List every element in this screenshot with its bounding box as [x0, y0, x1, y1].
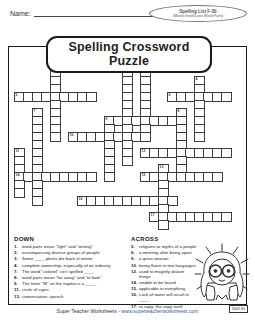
crossword-cell[interactable] — [213, 93, 222, 101]
crossword-cell[interactable] — [87, 93, 96, 101]
crossword-cell[interactable] — [15, 157, 24, 165]
crossword-blocked-space — [159, 85, 168, 93]
crossword-cell[interactable] — [78, 173, 87, 181]
crossword-cell[interactable] — [168, 149, 177, 157]
crossword-cell[interactable] — [33, 133, 42, 141]
crossword-cell[interactable] — [105, 197, 114, 205]
crossword-blocked-space — [231, 205, 240, 213]
crossword-blocked-space — [213, 61, 222, 69]
crossword-cell[interactable]: 6 — [168, 93, 177, 101]
crossword-blocked-space — [213, 181, 222, 189]
crossword-cell[interactable] — [141, 117, 150, 125]
crossword-blocked-space — [51, 141, 60, 149]
crossword-blocked-space — [87, 77, 96, 85]
crossword-cell[interactable] — [195, 109, 204, 117]
crossword-blocked-space — [69, 85, 78, 93]
crossword-cell[interactable]: 16 — [78, 197, 87, 205]
down-clues-section: DOWN 1.word parts mean "light" and "writ… — [14, 236, 127, 300]
crossword-blocked-space — [114, 205, 123, 213]
clue-item-text: Lack of water will result in ____. — [139, 292, 197, 302]
clue-item-number: 8. — [14, 275, 22, 280]
crossword-cell[interactable]: 7 — [33, 109, 42, 117]
crossword-blocked-space — [105, 189, 114, 197]
crossword-cell[interactable] — [141, 125, 150, 133]
crossword-cell[interactable]: 5 — [15, 93, 24, 101]
crossword-cell[interactable] — [87, 133, 96, 141]
crossword-cell[interactable] — [123, 141, 132, 149]
crossword-cell[interactable]: 8 — [177, 109, 186, 117]
crossword-cell[interactable] — [150, 197, 159, 205]
crossword-blocked-space — [204, 157, 213, 165]
crossword-cell[interactable] — [114, 197, 123, 205]
crossword-blocked-space — [168, 125, 177, 133]
crossword-cell[interactable] — [87, 173, 96, 181]
crossword-cell[interactable] — [42, 173, 51, 181]
crossword-blocked-space — [150, 141, 159, 149]
crossword-blocked-space — [222, 205, 231, 213]
crossword-cell[interactable] — [141, 101, 150, 109]
crossword-cell[interactable] — [195, 149, 204, 157]
clue-item-text: being fluent in two languages — [139, 263, 197, 268]
crossword-cell[interactable] — [195, 213, 204, 221]
crossword-blocked-space — [60, 157, 69, 165]
crossword-blocked-space — [24, 101, 33, 109]
crossword-cell[interactable] — [123, 101, 132, 109]
crossword-blocked-space — [231, 181, 240, 189]
crossword-blocked-space — [150, 181, 159, 189]
crossword-blocked-space — [96, 93, 105, 101]
crossword-blocked-space — [105, 77, 114, 85]
crossword-cell[interactable] — [141, 133, 150, 141]
crossword-cell[interactable] — [159, 181, 168, 189]
crossword-blocked-space — [69, 189, 78, 197]
crossword-cell[interactable] — [159, 197, 168, 205]
crossword-blocked-space — [51, 221, 60, 229]
crossword-blocked-space — [78, 181, 87, 189]
crossword-cell[interactable] — [33, 165, 42, 173]
crossword-cell[interactable] — [195, 125, 204, 133]
crossword-cell[interactable] — [51, 93, 60, 101]
crossword-cell[interactable] — [105, 141, 114, 149]
crossword-blocked-space — [60, 221, 69, 229]
crossword-cell[interactable] — [177, 213, 186, 221]
crossword-cell[interactable] — [159, 149, 168, 157]
crossword-cell[interactable] — [105, 157, 114, 165]
crossword-cell[interactable] — [15, 181, 24, 189]
crossword-blocked-space — [231, 157, 240, 165]
crossword-blocked-space — [213, 101, 222, 109]
crossword-blocked-space — [24, 181, 33, 189]
crossword-cell[interactable] — [222, 149, 231, 157]
crossword-blocked-space — [24, 189, 33, 197]
crossword-cell[interactable] — [141, 93, 150, 101]
crossword-cell[interactable] — [51, 77, 60, 85]
page-title: Spelling Crossword Puzzle — [46, 36, 212, 73]
crossword-cell[interactable] — [60, 93, 69, 101]
crossword-cell[interactable] — [33, 189, 42, 197]
crossword-blocked-space — [177, 205, 186, 213]
crossword-cell[interactable] — [105, 133, 114, 141]
clue-number: 16 — [79, 197, 83, 201]
crossword-cell[interactable] — [123, 125, 132, 133]
crossword-blocked-space — [114, 221, 123, 229]
crossword-blocked-space — [114, 149, 123, 157]
crossword-cell[interactable]: 17 — [150, 213, 159, 221]
crossword-cell[interactable] — [222, 213, 231, 221]
crossword-blocked-space — [213, 77, 222, 85]
crossword-cell[interactable] — [186, 93, 195, 101]
crossword-cell[interactable] — [132, 117, 141, 125]
crossword-blocked-space — [213, 157, 222, 165]
crossword-cell[interactable] — [15, 189, 24, 197]
crossword-blocked-space — [51, 205, 60, 213]
crossword-blocked-space — [60, 149, 69, 157]
crossword-cell[interactable] — [177, 141, 186, 149]
crossword-cell[interactable] — [114, 117, 123, 125]
crossword-cell[interactable] — [177, 117, 186, 125]
crossword-cell[interactable] — [69, 173, 78, 181]
crossword-blocked-space — [87, 109, 96, 117]
clue-item: 7.The word "colonel" isn't spelled ____. — [14, 269, 127, 274]
crossword-cell[interactable] — [105, 165, 114, 173]
crossword-cell[interactable] — [186, 173, 195, 181]
crossword-blocked-space — [132, 221, 141, 229]
crossword-cell[interactable]: 15 — [141, 173, 150, 181]
crossword-blocked-space — [186, 133, 195, 141]
crossword-cell[interactable] — [123, 157, 132, 165]
crossword-cell[interactable] — [213, 213, 222, 221]
crossword-blocked-space — [186, 165, 195, 173]
crossword-blocked-space — [114, 101, 123, 109]
crossword-cell[interactable] — [69, 93, 78, 101]
crossword-cell[interactable] — [132, 133, 141, 141]
crossword-blocked-space — [69, 101, 78, 109]
crossword-cell[interactable] — [123, 109, 132, 117]
crossword-blocked-space — [132, 149, 141, 157]
crossword-cell[interactable] — [168, 117, 177, 125]
crossword-blocked-space — [123, 205, 132, 213]
crossword-blocked-space — [96, 141, 105, 149]
crossword-cell[interactable] — [159, 117, 168, 125]
crossword-cell[interactable]: 9 — [105, 117, 114, 125]
crossword-blocked-space — [105, 181, 114, 189]
crossword-cell[interactable] — [123, 117, 132, 125]
crossword-cell[interactable] — [159, 221, 168, 229]
crossword-cell[interactable] — [222, 93, 231, 101]
crossword-cell[interactable] — [141, 77, 150, 85]
clue-number: 15 — [142, 173, 146, 177]
crossword-blocked-space — [96, 189, 105, 197]
name-field-row: Name: — [10, 8, 172, 17]
crossword-cell[interactable] — [78, 133, 87, 141]
crossword-cell[interactable] — [42, 93, 51, 101]
crossword-cell[interactable] — [132, 197, 141, 205]
crossword-blocked-space — [168, 157, 177, 165]
crossword-blocked-space — [132, 93, 141, 101]
crossword-cell[interactable]: 10 — [69, 133, 78, 141]
crossword-cell[interactable] — [150, 117, 159, 125]
crossword-cell[interactable] — [33, 125, 42, 133]
crossword-blocked-space — [96, 85, 105, 93]
crossword-blocked-space — [213, 205, 222, 213]
crossword-cell[interactable] — [96, 133, 105, 141]
crossword-blocked-space — [195, 165, 204, 173]
crossword-blocked-space — [168, 77, 177, 85]
crossword-blocked-space — [132, 141, 141, 149]
crossword-cell[interactable] — [168, 213, 177, 221]
crossword-blocked-space — [96, 117, 105, 125]
across-clues-section: ACROSS 5.religions or myths of a people6… — [131, 236, 197, 310]
crossword-blocked-space — [231, 141, 240, 149]
crossword-blocked-space — [96, 149, 105, 157]
crossword-cell[interactable] — [51, 85, 60, 93]
crossword-blocked-space — [123, 221, 132, 229]
down-clue-list: 1.word parts mean "light" and "writing"2… — [14, 244, 127, 299]
crossword-blocked-space — [195, 205, 204, 213]
crossword-blocked-space — [132, 181, 141, 189]
crossword-blocked-space — [159, 101, 168, 109]
crossword-cell[interactable] — [33, 173, 42, 181]
crossword-blocked-space — [96, 125, 105, 133]
crossword-cell[interactable] — [51, 117, 60, 125]
clue-item: 10.being fluent in two languages — [131, 263, 197, 268]
crossword-blocked-space — [69, 109, 78, 117]
crossword-cell[interactable] — [186, 213, 195, 221]
crossword-cell[interactable] — [78, 93, 87, 101]
crossword-cell[interactable] — [177, 93, 186, 101]
crossword-blocked-space — [60, 117, 69, 125]
crossword-blocked-space — [159, 77, 168, 85]
crossword-cell[interactable] — [105, 125, 114, 133]
clue-item-number: 10. — [131, 263, 139, 268]
crossword-cell[interactable] — [150, 173, 159, 181]
crossword-blocked-space — [186, 109, 195, 117]
crossword-cell[interactable] — [24, 93, 33, 101]
crossword-blocked-space — [231, 61, 240, 69]
crossword-cell[interactable] — [177, 173, 186, 181]
crossword-blocked-space — [51, 181, 60, 189]
crossword-blocked-space — [78, 85, 87, 93]
crossword-blocked-space — [168, 101, 177, 109]
crossword-cell[interactable] — [123, 197, 132, 205]
crossword-blocked-space — [132, 85, 141, 93]
crossword-blocked-space — [123, 189, 132, 197]
crossword-cell[interactable] — [168, 197, 177, 205]
crossword-cell[interactable] — [177, 165, 186, 173]
crossword-blocked-space — [231, 69, 240, 77]
crossword-cell[interactable]: 12 — [141, 149, 150, 157]
crossword-blocked-space — [222, 189, 231, 197]
crossword-cell[interactable] — [114, 133, 123, 141]
crossword-blocked-space — [159, 109, 168, 117]
crossword-blocked-space — [60, 189, 69, 197]
crossword-blocked-space — [24, 205, 33, 213]
crossword-blocked-space — [69, 117, 78, 125]
crossword-blocked-space — [222, 181, 231, 189]
crossword-blocked-space — [186, 181, 195, 189]
crossword-blocked-space — [24, 141, 33, 149]
crossword-blocked-space — [150, 93, 159, 101]
across-header: ACROSS — [131, 236, 197, 242]
crossword-cell[interactable] — [33, 141, 42, 149]
crossword-cell[interactable] — [213, 149, 222, 157]
crossword-blocked-space — [222, 85, 231, 93]
crossword-blocked-space — [105, 213, 114, 221]
crossword-blocked-space — [132, 205, 141, 213]
crossword-blocked-space — [222, 117, 231, 125]
crossword-blocked-space — [15, 205, 24, 213]
crossword-blocked-space — [87, 221, 96, 229]
crossword-blocked-space — [87, 205, 96, 213]
crossword-cell[interactable] — [96, 197, 105, 205]
crossword-blocked-space — [168, 109, 177, 117]
crossword-cell[interactable]: 11 — [15, 149, 24, 157]
crossword-cell[interactable] — [60, 173, 69, 181]
spelling-list-badge: Spelling List F-30 (Mixed Greek/Latin Wo… — [149, 5, 247, 22]
crossword-cell[interactable] — [51, 101, 60, 109]
crossword-cell[interactable] — [33, 197, 42, 205]
crossword-blocked-space — [177, 181, 186, 189]
clue-item-number: 17. — [131, 304, 139, 309]
crossword-blocked-space — [213, 133, 222, 141]
crossword-cell[interactable] — [195, 85, 204, 93]
crossword-cell[interactable] — [123, 77, 132, 85]
crossword-blocked-space — [114, 157, 123, 165]
clue-item-text: encompassing diverse groups of people — [22, 250, 127, 255]
crossword-blocked-space — [213, 189, 222, 197]
crossword-cell[interactable] — [204, 149, 213, 157]
crossword-cell[interactable] — [51, 109, 60, 117]
crossword-cell[interactable] — [33, 157, 42, 165]
crossword-cell[interactable] — [51, 133, 60, 141]
crossword-cell[interactable] — [159, 213, 168, 221]
crossword-cell[interactable] — [159, 173, 168, 181]
crossword-blocked-space — [123, 165, 132, 173]
crossword-cell[interactable] — [204, 213, 213, 221]
crossword-cell[interactable] — [123, 149, 132, 157]
crossword-cell[interactable] — [24, 173, 33, 181]
clue-item: 17.to copy; the copy itself — [131, 304, 197, 309]
crossword-cell[interactable]: 4 — [195, 77, 204, 85]
crossword-cell[interactable] — [33, 181, 42, 189]
crossword-cell[interactable] — [177, 133, 186, 141]
crossword-cell[interactable] — [177, 149, 186, 157]
crossword-cell[interactable] — [195, 133, 204, 141]
crossword-blocked-space — [33, 77, 42, 85]
crossword-blocked-space — [150, 157, 159, 165]
crossword-cell[interactable] — [105, 173, 114, 181]
crossword-blocked-space — [24, 213, 33, 221]
clue-item: 3.Some ____ plants die back in winter. — [14, 256, 127, 261]
crossword-blocked-space — [123, 213, 132, 221]
crossword-blocked-space — [132, 101, 141, 109]
crossword-cell[interactable] — [33, 93, 42, 101]
clue-item: 12.used to magnify distant things — [131, 269, 197, 279]
crossword-cell[interactable] — [105, 149, 114, 157]
footer: Super Teacher Worksheets - www.superteac… — [0, 308, 255, 314]
crossword-cell[interactable] — [141, 85, 150, 93]
clue-item: 1.word parts mean "light" and "writing" — [14, 244, 127, 249]
crossword-blocked-space — [123, 181, 132, 189]
clue-item-number: 1. — [14, 244, 22, 249]
crossword-blocked-space — [168, 141, 177, 149]
crossword-cell[interactable] — [177, 125, 186, 133]
crossword-blocked-space — [213, 141, 222, 149]
crossword-cell[interactable] — [87, 197, 96, 205]
crossword-blocked-space — [132, 157, 141, 165]
crossword-cell[interactable] — [159, 205, 168, 213]
crossword-cell[interactable] — [123, 85, 132, 93]
crossword-blocked-space — [222, 173, 231, 181]
crossword-cell[interactable] — [168, 173, 177, 181]
crossword-blocked-space — [51, 149, 60, 157]
crossword-blocked-space — [69, 157, 78, 165]
crossword-cell[interactable] — [159, 189, 168, 197]
crossword-blocked-space — [15, 61, 24, 69]
crossword-cell[interactable] — [213, 173, 222, 181]
crossword-blocked-space — [150, 109, 159, 117]
clue-item-number: 9. — [131, 256, 139, 261]
crossword-cell[interactable] — [33, 117, 42, 125]
clue-number: 11 — [16, 149, 20, 153]
crossword-blocked-space — [231, 173, 240, 181]
crossword-blocked-space — [24, 197, 33, 205]
down-header: DOWN — [14, 236, 127, 242]
crossword-cell[interactable] — [195, 173, 204, 181]
crossword-cell[interactable] — [123, 93, 132, 101]
crossword-cell[interactable]: 14 — [15, 173, 24, 181]
clue-item-text: a great amount — [139, 256, 197, 261]
crossword-blocked-space — [60, 77, 69, 85]
clue-item-number: 5. — [131, 244, 139, 249]
crossword-blocked-space — [96, 101, 105, 109]
crossword-cell[interactable] — [186, 149, 195, 157]
clue-item-text: The letter "M" on the napkin is a ____. — [22, 281, 127, 286]
crossword-blocked-space — [231, 109, 240, 117]
crossword-cell[interactable]: 13 — [159, 165, 168, 173]
crossword-cell[interactable] — [51, 173, 60, 181]
crossword-cell[interactable] — [195, 101, 204, 109]
crossword-blocked-space — [222, 141, 231, 149]
crossword-cell[interactable] — [195, 117, 204, 125]
crossword-blocked-space — [24, 149, 33, 157]
crossword-blocked-space — [204, 125, 213, 133]
clue-number: 13 — [160, 165, 164, 169]
crossword-blocked-space — [42, 181, 51, 189]
crossword-cell[interactable] — [51, 125, 60, 133]
crossword-cell[interactable] — [123, 133, 132, 141]
clue-item: 9.a great amount — [131, 256, 197, 261]
clue-item-text: religions or myths of a people — [139, 244, 197, 249]
crossword-blocked-space — [87, 157, 96, 165]
crossword-cell[interactable] — [150, 149, 159, 157]
crossword-cell[interactable] — [177, 157, 186, 165]
crossword-blocked-space — [204, 133, 213, 141]
crossword-cell[interactable] — [204, 173, 213, 181]
crossword-cell[interactable] — [141, 197, 150, 205]
crossword-cell[interactable] — [204, 93, 213, 101]
crossword-blocked-space — [204, 101, 213, 109]
crossword-blocked-space — [24, 133, 33, 141]
clue-item-text: word parts mean "far away" and "to look" — [22, 275, 127, 280]
crossword-cell[interactable] — [141, 109, 150, 117]
crossword-cell[interactable] — [33, 149, 42, 157]
crossword-blocked-space — [231, 221, 240, 229]
crossword-blocked-space — [78, 149, 87, 157]
clue-item: 16.Lack of water will result in ____. — [131, 292, 197, 302]
crossword-cell[interactable] — [195, 93, 204, 101]
crossword-blocked-space — [60, 181, 69, 189]
